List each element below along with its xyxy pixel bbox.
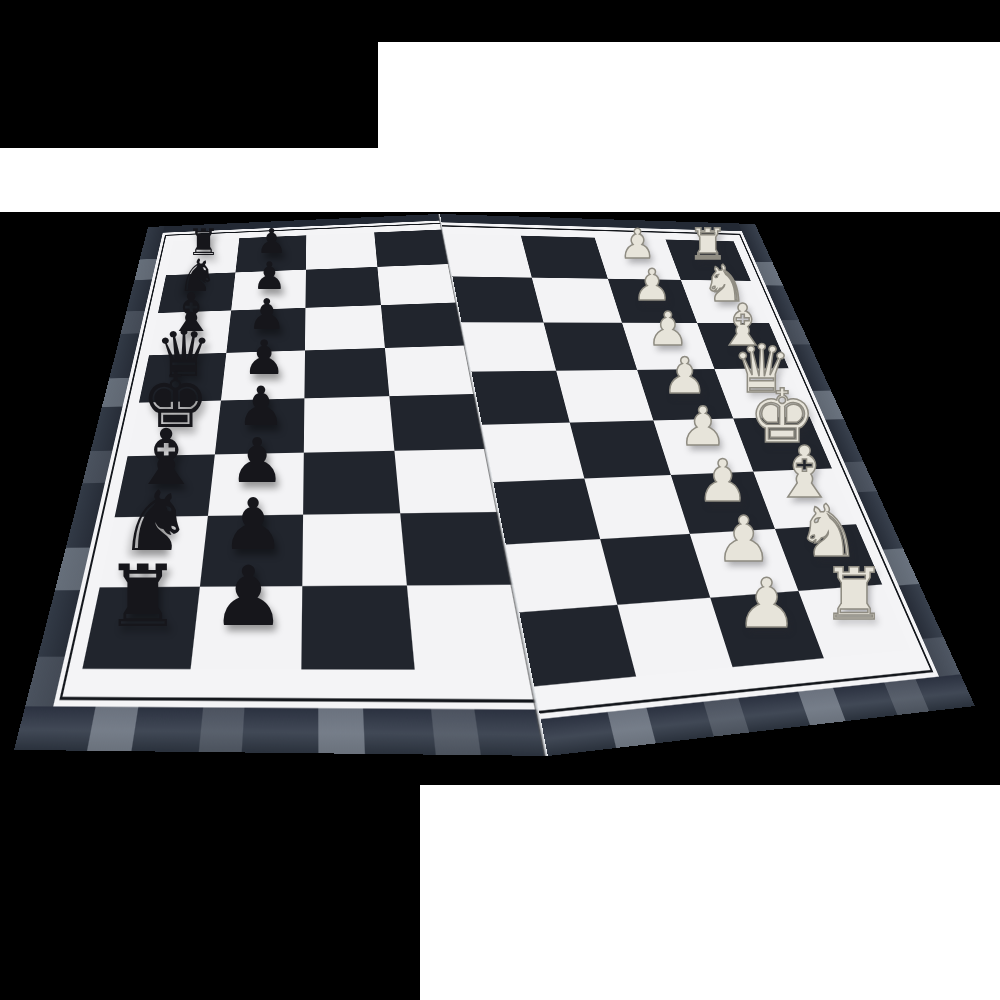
square-g6[interactable] bbox=[302, 513, 407, 586]
square-c3[interactable] bbox=[544, 323, 638, 371]
white-pawn-h2[interactable]: ♟ bbox=[732, 570, 800, 638]
square-a3[interactable] bbox=[521, 236, 608, 279]
square-h4[interactable] bbox=[519, 605, 636, 687]
white-pawn-e2[interactable]: ♟ bbox=[676, 400, 730, 454]
white-pawn-a2[interactable]: ♟ bbox=[617, 224, 658, 265]
square-a6[interactable] bbox=[306, 232, 377, 269]
square-f5[interactable] bbox=[394, 449, 499, 513]
square-h6[interactable] bbox=[301, 585, 414, 669]
white-pawn-f2[interactable]: ♟ bbox=[694, 452, 752, 510]
square-e4[interactable] bbox=[482, 423, 584, 483]
white-pawn-c2[interactable]: ♟ bbox=[645, 306, 692, 353]
board-rim-near-edge bbox=[14, 706, 548, 756]
white-pawn-b2[interactable]: ♟ bbox=[630, 264, 674, 308]
square-e5[interactable] bbox=[389, 394, 486, 451]
square-b5[interactable] bbox=[377, 264, 457, 305]
square-d6[interactable] bbox=[304, 348, 389, 398]
square-c6[interactable] bbox=[305, 305, 385, 350]
square-b6[interactable] bbox=[305, 267, 380, 308]
white-rook-h1[interactable]: ♜ bbox=[818, 559, 890, 631]
white-pawn-g2[interactable]: ♟ bbox=[712, 509, 775, 572]
square-g5[interactable] bbox=[400, 512, 514, 586]
square-g4[interactable] bbox=[506, 539, 618, 612]
matte-top-left-block bbox=[0, 0, 378, 148]
square-a4[interactable] bbox=[444, 234, 532, 278]
square-d5[interactable] bbox=[385, 345, 476, 396]
square-f4[interactable] bbox=[493, 479, 600, 545]
square-f6[interactable] bbox=[303, 451, 400, 515]
square-b3[interactable] bbox=[532, 278, 622, 323]
square-b4[interactable] bbox=[452, 276, 543, 322]
matte-bottom-left-block bbox=[0, 785, 420, 1000]
square-a5[interactable] bbox=[374, 229, 450, 266]
square-c4[interactable] bbox=[462, 322, 557, 371]
black-pawn-h7[interactable]: ♟ bbox=[207, 556, 290, 639]
square-c5[interactable] bbox=[381, 302, 466, 348]
white-pawn-d2[interactable]: ♟ bbox=[660, 351, 710, 401]
black-rook-h8[interactable]: ♜ bbox=[100, 553, 186, 639]
square-d4[interactable] bbox=[471, 371, 569, 425]
square-e6[interactable] bbox=[304, 396, 395, 452]
product-photo-scene: ♜♞♝♛♚♝♞♜♟♟♟♟♟♟♟♟♟♟♟♟♟♟♟♟♜♞♝♛♚♝♞♜ bbox=[0, 0, 1000, 1000]
